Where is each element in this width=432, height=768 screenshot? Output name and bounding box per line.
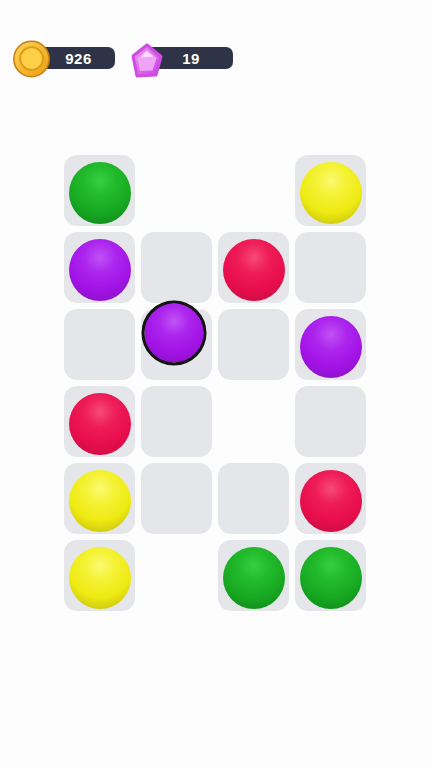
board-cell-r3c2[interactable]: [141, 309, 212, 380]
board-cell-r4c1[interactable]: [64, 386, 135, 457]
yellow-ball[interactable]: [69, 547, 131, 609]
board-cell-r4c2[interactable]: [141, 386, 212, 457]
red-ball[interactable]: [300, 470, 362, 532]
gem-icon: [130, 43, 164, 79]
purple-ball-selected[interactable]: [141, 300, 206, 365]
board-hole: [218, 155, 289, 226]
red-ball[interactable]: [223, 239, 285, 301]
board-cell-r3c1[interactable]: [64, 309, 135, 380]
game-screen: 926 19: [0, 0, 432, 768]
board-cell-r2c2[interactable]: [141, 232, 212, 303]
board-cell-r2c3[interactable]: [218, 232, 289, 303]
board-hole: [218, 386, 289, 457]
red-ball[interactable]: [69, 393, 131, 455]
board-cell-r6c3[interactable]: [218, 540, 289, 611]
board-cell-r6c4[interactable]: [295, 540, 366, 611]
purple-ball[interactable]: [69, 239, 131, 301]
board-cell-r5c3[interactable]: [218, 463, 289, 534]
board-cell-r6c1[interactable]: [64, 540, 135, 611]
board-cell-r1c1[interactable]: [64, 155, 135, 226]
board-cell-r5c1[interactable]: [64, 463, 135, 534]
board-cell-r2c1[interactable]: [64, 232, 135, 303]
yellow-ball[interactable]: [69, 470, 131, 532]
green-ball[interactable]: [223, 547, 285, 609]
yellow-ball[interactable]: [300, 162, 362, 224]
coin-icon: [12, 40, 51, 78]
board-cell-r3c3[interactable]: [218, 309, 289, 380]
game-board: [64, 155, 366, 611]
green-ball[interactable]: [300, 547, 362, 609]
board-cell-r1c4[interactable]: [295, 155, 366, 226]
board-cell-r5c4[interactable]: [295, 463, 366, 534]
board-hole: [141, 540, 212, 611]
board-cell-r3c4[interactable]: [295, 309, 366, 380]
board-cell-r2c4[interactable]: [295, 232, 366, 303]
board-hole: [141, 155, 212, 226]
board-cell-r5c2[interactable]: [141, 463, 212, 534]
green-ball[interactable]: [69, 162, 131, 224]
purple-ball[interactable]: [300, 316, 362, 378]
board-cell-r4c4[interactable]: [295, 386, 366, 457]
